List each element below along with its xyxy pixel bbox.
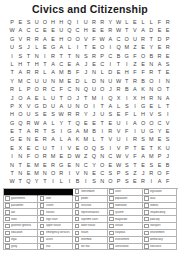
letter-cell: G [57, 161, 65, 169]
letter-cell: H [123, 68, 131, 76]
letter-cell: M [49, 152, 57, 160]
letter-cell: I [123, 94, 131, 102]
letter-cell: E [82, 119, 90, 127]
letter-cell: E [41, 26, 49, 34]
letter-cell: R [24, 119, 32, 127]
letter-cell: D [106, 68, 114, 76]
letter-cell: O [65, 94, 73, 102]
word-checkbox[interactable] [109, 217, 114, 222]
letter-cell: T [16, 161, 24, 169]
letter-cell: C [49, 85, 57, 93]
letter-cell: I [123, 60, 131, 68]
word-checkbox[interactable] [5, 203, 10, 208]
word-label: population [115, 197, 127, 200]
letter-cell: F [164, 169, 172, 177]
word-label: legal [11, 238, 17, 241]
word-label: upper house [46, 224, 61, 227]
word-checkbox[interactable] [75, 189, 80, 194]
letter-cell: O [155, 169, 163, 177]
letter-cell: U [131, 35, 139, 43]
letter-cell: E [16, 135, 24, 143]
word-cell: law [4, 209, 39, 216]
word-checkbox[interactable] [109, 231, 114, 236]
word-cell: power [73, 196, 108, 203]
letter-cell: Q [106, 94, 114, 102]
word-label: constitution [115, 245, 128, 248]
letter-cell: E [139, 43, 147, 51]
letter-cell: B [123, 85, 131, 93]
letter-cell: R [164, 18, 172, 26]
word-checkbox[interactable] [5, 217, 10, 222]
letter-cell: G [8, 119, 16, 127]
letter-cell: M [82, 127, 90, 135]
letter-cell: L [82, 77, 90, 85]
letter-cell: E [65, 161, 73, 169]
letter-cell: U [139, 127, 147, 135]
letter-cell: S [33, 110, 41, 118]
letter-cell: Q [90, 152, 98, 160]
letter-cell: L [41, 94, 49, 102]
letter-cell: Z [82, 152, 90, 160]
letter-cell: H [33, 60, 41, 68]
letter-cell: P [114, 169, 122, 177]
letter-cell: O [98, 85, 106, 93]
letter-cell: R [33, 127, 41, 135]
letter-cell: W [114, 18, 122, 26]
word-checkbox[interactable] [109, 244, 114, 249]
letter-cell: P [8, 102, 16, 110]
letter-cell: L [155, 102, 163, 110]
letter-cell: A [155, 60, 163, 68]
letter-cell: Q [82, 85, 90, 93]
letter-cell: U [49, 94, 57, 102]
letter-cell: R [49, 161, 57, 169]
letter-cell: R [41, 135, 49, 143]
letter-cell: T [82, 43, 90, 51]
word-checkbox[interactable] [109, 196, 114, 201]
letter-cell: G [139, 102, 147, 110]
letter-cell: F [123, 110, 131, 118]
word-label: involvement [115, 238, 129, 241]
letter-cell: V [74, 169, 82, 177]
letter-cell: U [164, 144, 172, 152]
letter-cell: Y [106, 18, 114, 26]
letter-cell: T [16, 177, 24, 185]
letter-cell: N [74, 161, 82, 169]
word-checkbox[interactable] [40, 196, 45, 201]
word-checkbox[interactable] [75, 196, 80, 201]
letter-cell: F [155, 18, 163, 26]
letter-cell: O [49, 169, 57, 177]
letter-cell: L [147, 18, 155, 26]
word-checkbox[interactable] [144, 196, 149, 201]
letter-cell: N [98, 77, 106, 85]
word-label: senate [115, 224, 123, 227]
word-checkbox[interactable] [40, 203, 45, 208]
letter-cell: L [131, 110, 139, 118]
letter-cell: G [123, 52, 131, 60]
word-label: legislation [150, 190, 162, 193]
word-cell: population [108, 196, 143, 203]
letter-cell: H [57, 18, 65, 26]
letter-cell: E [65, 77, 73, 85]
letter-cell: A [155, 177, 163, 185]
word-checkbox[interactable] [109, 210, 114, 215]
word-label: law [11, 211, 15, 214]
letter-cell: S [164, 135, 172, 143]
letter-cell: J [82, 68, 90, 76]
word-cell: local [143, 196, 178, 203]
letter-cell: B [147, 52, 155, 60]
letter-cell: S [155, 110, 163, 118]
letter-cell: J [82, 60, 90, 68]
letter-cell: O [41, 18, 49, 26]
letter-cell: J [74, 94, 82, 102]
word-label: judiciary [150, 218, 160, 221]
letter-cell: R [147, 68, 155, 76]
letter-cell: Q [114, 43, 122, 51]
letter-cell: A [139, 152, 147, 160]
letter-cell: T [57, 94, 65, 102]
word-cell: legislation [143, 189, 178, 196]
letter-cell: E [114, 110, 122, 118]
letter-cell: A [131, 85, 139, 93]
word-label: parliament [11, 204, 23, 207]
letter-cell: M [33, 161, 41, 169]
letter-cell: E [24, 161, 32, 169]
letter-cell: E [90, 26, 98, 34]
word-checkbox[interactable] [40, 237, 45, 242]
letter-cell: L [8, 60, 16, 68]
word-label: power [81, 197, 88, 200]
letter-cell: I [82, 177, 90, 185]
letter-cell: Z [131, 43, 139, 51]
letter-cell: N [8, 161, 16, 169]
word-checkbox[interactable] [109, 224, 114, 229]
letter-cell: Y [155, 127, 163, 135]
letter-cell: W [8, 177, 16, 185]
word-cell: representatives [73, 209, 108, 216]
word-cell: government [4, 196, 39, 203]
letter-cell: S [106, 110, 114, 118]
word-cell: environment [143, 230, 178, 237]
letter-cell: W [114, 161, 122, 169]
letter-cell: S [16, 43, 24, 51]
letter-cell: R [41, 85, 49, 93]
letter-cell: D [65, 152, 73, 160]
word-cell: federal [143, 203, 178, 210]
letter-cell: V [106, 135, 114, 143]
word-checkbox[interactable] [40, 217, 45, 222]
letter-cell: O [98, 161, 106, 169]
letter-cell: S [49, 127, 57, 135]
word-cell: state [4, 216, 39, 223]
letter-cell: E [147, 102, 155, 110]
letter-cell: T [147, 35, 155, 43]
letter-cell: F [123, 127, 131, 135]
letter-cell: T [164, 102, 172, 110]
word-cell: federation [108, 203, 143, 210]
letter-cell: C [74, 26, 82, 34]
word-cell: trial [38, 244, 73, 251]
word-cell: health [73, 230, 108, 237]
letter-cell: I [74, 43, 82, 51]
letter-cell: A [139, 26, 147, 34]
word-checkbox[interactable] [75, 231, 80, 236]
letter-cell: O [98, 43, 106, 51]
letter-cell: M [57, 77, 65, 85]
letter-cell: G [8, 35, 16, 43]
word-checkbox[interactable] [144, 224, 149, 229]
letter-cell: E [41, 161, 49, 169]
letter-cell: A [41, 119, 49, 127]
letter-cell: T [8, 68, 16, 76]
letter-cell: T [16, 127, 24, 135]
letter-cell: P [114, 177, 122, 185]
letter-cell: F [164, 177, 172, 185]
letter-cell: U [33, 77, 41, 85]
letter-cell: X [16, 144, 24, 152]
letter-cell: E [164, 52, 172, 60]
letter-cell: F [57, 85, 65, 93]
letter-cell: R [90, 18, 98, 26]
word-checkbox[interactable] [109, 203, 114, 208]
letter-cell: A [57, 102, 65, 110]
word-label: responsibility [150, 211, 165, 214]
letter-cell: R [131, 135, 139, 143]
letter-cell: I [98, 94, 106, 102]
word-checkbox[interactable] [40, 244, 45, 249]
word-cell: court [108, 189, 143, 196]
letter-cell: Y [8, 77, 16, 85]
letter-cell: S [123, 169, 131, 177]
letter-cell: E [8, 144, 16, 152]
letter-cell: W [8, 26, 16, 34]
word-cell: magistrate [108, 216, 143, 223]
letter-cell: V [164, 119, 172, 127]
word-cell: judiciary [143, 216, 178, 223]
word-checkbox[interactable] [144, 244, 149, 249]
word-checkbox[interactable] [144, 217, 149, 222]
letter-cell: Y [147, 43, 155, 51]
word-cell: informed [73, 237, 108, 244]
letter-cell: D [74, 77, 82, 85]
letter-cell: S [139, 135, 147, 143]
letter-cell: L [123, 18, 131, 26]
letter-cell: I [123, 119, 131, 127]
letter-cell: N [98, 177, 106, 185]
letter-cell: P [24, 85, 32, 93]
letter-cell: F [131, 152, 139, 160]
word-checkbox[interactable] [5, 244, 10, 249]
letter-cell: O [139, 52, 147, 60]
letter-cell: R [24, 68, 32, 76]
letter-cell: I [65, 177, 73, 185]
letter-cell: R [33, 68, 41, 76]
word-checkbox[interactable] [144, 237, 149, 242]
word-checkbox[interactable] [5, 237, 10, 242]
letter-cell: O [123, 35, 131, 43]
puzzle-title: Civics and Citizenship [0, 3, 180, 15]
word-cell: democracy [143, 237, 178, 244]
word-cell: active [38, 237, 73, 244]
letter-cell: Q [65, 18, 73, 26]
letter-cell: R [131, 77, 139, 85]
letter-cell: R [98, 18, 106, 26]
word-checkbox[interactable] [109, 237, 114, 242]
letter-cell: I [98, 127, 106, 135]
letter-cell: X [114, 94, 122, 102]
word-cell: citizen [38, 203, 73, 210]
letter-cell: A [49, 135, 57, 143]
word-checkbox[interactable] [75, 210, 80, 215]
letter-cell: C [82, 161, 90, 169]
letter-cell: L [114, 102, 122, 110]
letter-cell: R [24, 35, 32, 43]
letter-cell: I [8, 52, 16, 60]
word-checkbox[interactable] [75, 244, 80, 249]
word-checkbox[interactable] [144, 231, 149, 236]
word-label: system [115, 211, 123, 214]
letter-cell: R [49, 52, 57, 60]
letter-cell: C [98, 169, 106, 177]
word-label: active [46, 238, 53, 241]
letter-cell: R [41, 152, 49, 160]
letter-cell: A [16, 68, 24, 76]
letter-cell: E [90, 169, 98, 177]
letter-cell: V [114, 127, 122, 135]
letter-cell: S [123, 102, 131, 110]
letter-cell: V [114, 144, 122, 152]
letter-cell: E [106, 119, 114, 127]
word-checkbox[interactable] [5, 210, 10, 215]
letter-cell: P [155, 152, 163, 160]
word-checkbox[interactable] [75, 237, 80, 242]
letter-cell: J [139, 169, 147, 177]
letter-cell: L [49, 119, 57, 127]
letter-cell: E [155, 43, 163, 51]
letter-cell: J [90, 110, 98, 118]
letter-cell: A [131, 119, 139, 127]
letter-cell: H [139, 94, 147, 102]
letter-cell: M [33, 169, 41, 177]
letter-cell: F [131, 52, 139, 60]
word-checkbox[interactable] [75, 203, 80, 208]
letter-cell: L [57, 177, 65, 185]
word-cell: referendum [73, 189, 108, 196]
redacted-cell [38, 189, 73, 196]
word-cell: emergency services [38, 230, 73, 237]
letter-cell: Y [33, 177, 41, 185]
letter-cell: U [65, 102, 73, 110]
word-label: court [115, 190, 121, 193]
letter-grid: PESUOHHQIURRYWLELLFRWACCEEUQCHEERWTVADEE… [8, 18, 172, 186]
letter-cell: O [106, 177, 114, 185]
letter-cell: N [98, 152, 106, 160]
word-checkbox[interactable] [5, 231, 10, 236]
letter-cell: H [82, 26, 90, 34]
letter-cell: T [114, 60, 122, 68]
letter-cell: N [164, 77, 172, 85]
word-label: health [81, 231, 88, 234]
letter-cell: R [106, 127, 114, 135]
letter-cell: L [57, 135, 65, 143]
letter-cell: C [106, 52, 114, 60]
letter-cell: I [49, 177, 57, 185]
letter-cell: L [98, 68, 106, 76]
word-checkbox[interactable] [40, 210, 45, 215]
letter-cell: T [49, 144, 57, 152]
letter-cell: E [41, 110, 49, 118]
word-label: hospitals [115, 231, 125, 234]
word-label: executive [150, 245, 161, 248]
word-label: vote [46, 197, 51, 200]
letter-cell: C [114, 35, 122, 43]
letter-cell: E [49, 26, 57, 34]
letter-cell: N [49, 77, 57, 85]
letter-cell: A [106, 35, 114, 43]
letter-cell: C [65, 85, 73, 93]
word-checkbox[interactable] [75, 217, 80, 222]
letter-cell: R [139, 35, 147, 43]
letter-cell: E [131, 18, 139, 26]
word-cell: structure [73, 203, 108, 210]
letter-cell: V [16, 35, 24, 43]
letter-cell: I [8, 152, 16, 160]
word-label: trial [46, 245, 50, 248]
letter-cell: R [106, 26, 114, 34]
letter-cell: G [8, 135, 16, 143]
word-checkbox[interactable] [40, 231, 45, 236]
letter-cell: M [147, 135, 155, 143]
word-checkbox[interactable] [144, 203, 149, 208]
letter-cell: N [74, 102, 82, 110]
letter-cell: G [33, 102, 41, 110]
letter-cell: C [98, 60, 106, 68]
letter-cell: C [155, 119, 163, 127]
letter-cell: O [139, 119, 147, 127]
word-checkbox[interactable] [144, 210, 149, 215]
letter-cell: R [74, 110, 82, 118]
letter-cell: A [57, 43, 65, 51]
letter-cell: S [49, 110, 57, 118]
word-checkbox[interactable] [5, 196, 10, 201]
redacted-cell [4, 189, 39, 196]
word-label: magistrate [115, 218, 127, 221]
letter-cell: I [147, 177, 155, 185]
letter-cell: B [65, 68, 73, 76]
word-checkbox[interactable] [144, 189, 149, 194]
word-label: state [11, 218, 17, 221]
letter-cell: T [147, 144, 155, 152]
word-label: guilty [11, 245, 17, 248]
word-label: high court [46, 218, 58, 221]
letter-cell: J [164, 152, 172, 160]
letter-cell: O [74, 35, 82, 43]
word-checkbox[interactable] [5, 224, 10, 229]
letter-cell: E [74, 144, 82, 152]
letter-cell: Y [82, 110, 90, 118]
word-cell: high court [38, 216, 73, 223]
letter-cell: E [33, 135, 41, 143]
word-cell: education [4, 230, 39, 237]
word-checkbox[interactable] [109, 189, 114, 194]
word-cell: system [108, 209, 143, 216]
letter-cell: S [98, 144, 106, 152]
word-checkbox[interactable] [75, 224, 80, 229]
letter-cell: A [65, 135, 73, 143]
word-checkbox[interactable] [40, 224, 45, 229]
